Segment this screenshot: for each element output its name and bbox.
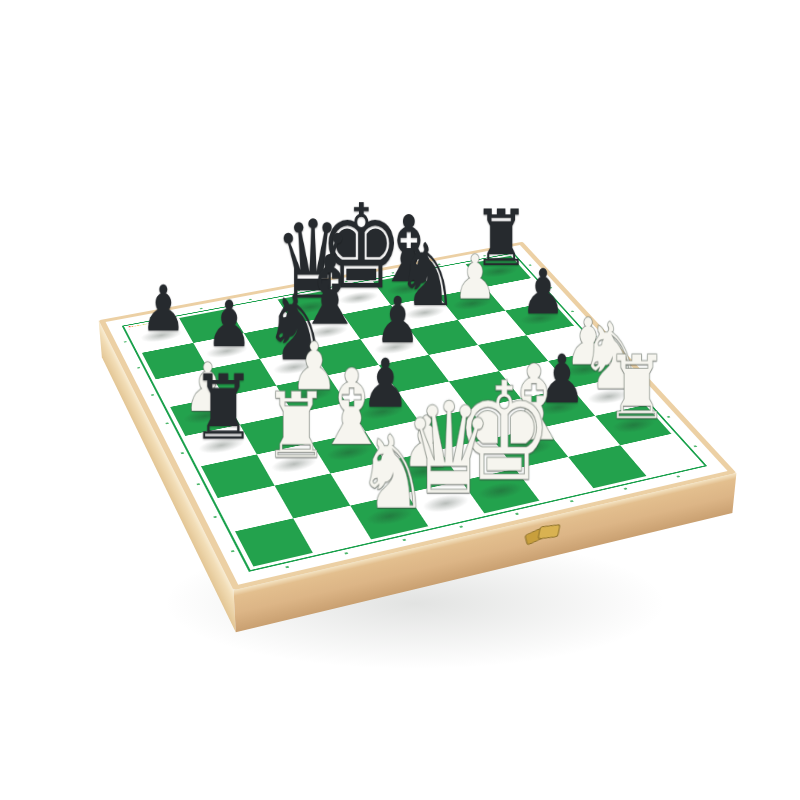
chess-box: Junges Junges ♟♛♚♝♜♟♝♞♟♞♟♟♟♟♜♟♟♜♝♟♞♟♝♜♞♛… xyxy=(99,242,737,591)
white-knight-glyph: ♞ xyxy=(330,427,454,520)
brass-clasp-icon xyxy=(525,523,560,545)
white-rook-glyph: ♜ xyxy=(579,348,694,429)
scene: Junges Junges ♟♛♚♝♜♟♝♞♟♞♟♟♟♟♜♟♟♜♝♟♞♟♝♜♞♛… xyxy=(0,0,800,800)
product-photo: Junges Junges ♟♛♚♝♜♟♝♞♟♞♟♟♟♟♜♟♟♜♝♟♞♟♝♜♞♛… xyxy=(0,0,800,800)
